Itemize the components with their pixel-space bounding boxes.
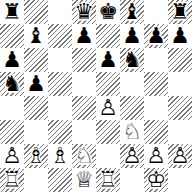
square-e5[interactable]	[96, 72, 120, 96]
white-pawn-halo: ♟	[144, 144, 168, 168]
white-rook-icon: ♖	[0, 168, 24, 192]
black-queen-halo: ♛	[72, 0, 96, 24]
square-c1[interactable]	[48, 168, 72, 192]
white-knight-icon: ♘	[120, 120, 144, 144]
square-h5[interactable]	[168, 72, 192, 96]
square-d6[interactable]	[72, 48, 96, 72]
black-king-halo: ♚	[96, 0, 120, 24]
black-king-icon: ♚	[96, 0, 120, 24]
white-rook-halo: ♜	[96, 168, 120, 192]
square-g7[interactable]: ♟♟	[144, 24, 168, 48]
square-b4[interactable]	[24, 96, 48, 120]
square-h4[interactable]	[168, 96, 192, 120]
square-c4[interactable]	[48, 96, 72, 120]
white-pawn-icon: ♙	[144, 144, 168, 168]
square-h1[interactable]	[168, 168, 192, 192]
square-h6[interactable]	[168, 48, 192, 72]
square-h7[interactable]: ♟♟	[168, 24, 192, 48]
white-knight-halo: ♞	[120, 120, 144, 144]
square-a4[interactable]	[0, 96, 24, 120]
black-pawn-icon: ♟	[0, 48, 24, 72]
square-a1[interactable]: ♜♖	[0, 168, 24, 192]
square-b1[interactable]	[24, 168, 48, 192]
square-d5[interactable]	[72, 72, 96, 96]
square-f7[interactable]: ♟♟	[120, 24, 144, 48]
square-g8[interactable]	[144, 0, 168, 24]
black-knight-halo: ♞	[0, 72, 24, 96]
square-a2[interactable]: ♟♙	[0, 144, 24, 168]
square-c7[interactable]	[48, 24, 72, 48]
chess-board: ♜♜♛♛♚♚♝♝♜♜♝♝♟♟♟♟♟♟♟♟♟♟♟♟♞♞♞♞♟♟♟♙♞♘♟♙♝♗♝♗…	[0, 0, 192, 192]
black-pawn-halo: ♟	[72, 24, 96, 48]
square-h3[interactable]	[168, 120, 192, 144]
black-pawn-icon: ♟	[120, 24, 144, 48]
white-rook-halo: ♜	[0, 168, 24, 192]
square-a6[interactable]: ♟♟	[0, 48, 24, 72]
square-e7[interactable]	[96, 24, 120, 48]
black-pawn-halo: ♟	[120, 24, 144, 48]
white-king-halo: ♚	[144, 168, 168, 192]
square-d8[interactable]: ♛♛	[72, 0, 96, 24]
black-pawn-icon: ♟	[168, 24, 192, 48]
black-rook-icon: ♜	[0, 0, 24, 24]
black-bishop-icon: ♝	[24, 24, 48, 48]
square-c8[interactable]	[48, 0, 72, 24]
white-rook-icon: ♖	[96, 168, 120, 192]
white-bishop-icon: ♗	[48, 144, 72, 168]
square-g5[interactable]	[144, 72, 168, 96]
square-g6[interactable]	[144, 48, 168, 72]
white-pawn-halo: ♟	[0, 144, 24, 168]
square-c6[interactable]	[48, 48, 72, 72]
black-rook-icon: ♜	[168, 0, 192, 24]
white-pawn-icon: ♙	[168, 144, 192, 168]
white-king-icon: ♔	[144, 168, 168, 192]
square-d1[interactable]: ♛♕	[72, 168, 96, 192]
square-b6[interactable]	[24, 48, 48, 72]
white-queen-halo: ♛	[72, 168, 96, 192]
square-e4[interactable]: ♟♙	[96, 96, 120, 120]
square-a7[interactable]	[0, 24, 24, 48]
black-pawn-halo: ♟	[0, 48, 24, 72]
black-pawn-halo: ♟	[96, 48, 120, 72]
square-f5[interactable]	[120, 72, 144, 96]
square-e8[interactable]: ♚♚	[96, 0, 120, 24]
black-pawn-halo: ♟	[168, 24, 192, 48]
square-c3[interactable]	[48, 120, 72, 144]
square-h8[interactable]: ♜♜	[168, 0, 192, 24]
square-b7[interactable]: ♝♝	[24, 24, 48, 48]
square-f4[interactable]	[120, 96, 144, 120]
square-b5[interactable]: ♟♟	[24, 72, 48, 96]
black-pawn-icon: ♟	[24, 72, 48, 96]
square-e6[interactable]: ♟♟	[96, 48, 120, 72]
square-g1[interactable]: ♚♔	[144, 168, 168, 192]
square-a5[interactable]: ♞♞	[0, 72, 24, 96]
white-pawn-halo: ♟	[168, 144, 192, 168]
square-f6[interactable]: ♞♞	[120, 48, 144, 72]
black-pawn-icon: ♟	[96, 48, 120, 72]
white-pawn-halo: ♟	[120, 144, 144, 168]
white-bishop-icon: ♗	[24, 144, 48, 168]
square-d3[interactable]	[72, 120, 96, 144]
square-f1[interactable]	[120, 168, 144, 192]
white-pawn-halo: ♟	[96, 96, 120, 120]
black-knight-icon: ♞	[0, 72, 24, 96]
white-queen-icon: ♕	[72, 168, 96, 192]
black-queen-icon: ♛	[72, 0, 96, 24]
square-c5[interactable]	[48, 72, 72, 96]
square-g2[interactable]: ♟♙	[144, 144, 168, 168]
black-pawn-halo: ♟	[24, 72, 48, 96]
square-f2[interactable]: ♟♙	[120, 144, 144, 168]
black-rook-halo: ♜	[0, 0, 24, 24]
square-f8[interactable]: ♝♝	[120, 0, 144, 24]
square-e2[interactable]	[96, 144, 120, 168]
square-f3[interactable]: ♞♘	[120, 120, 144, 144]
black-pawn-halo: ♟	[144, 24, 168, 48]
white-pawn-icon: ♙	[96, 96, 120, 120]
black-pawn-icon: ♟	[144, 24, 168, 48]
square-b2[interactable]: ♝♗	[24, 144, 48, 168]
black-knight-halo: ♞	[120, 48, 144, 72]
black-rook-halo: ♜	[168, 0, 192, 24]
square-h2[interactable]: ♟♙	[168, 144, 192, 168]
white-pawn-icon: ♙	[0, 144, 24, 168]
white-bishop-halo: ♝	[48, 144, 72, 168]
square-d2[interactable]: ♞♘	[72, 144, 96, 168]
square-b3[interactable]	[24, 120, 48, 144]
black-pawn-icon: ♟	[72, 24, 96, 48]
black-knight-icon: ♞	[120, 48, 144, 72]
white-knight-icon: ♘	[72, 144, 96, 168]
black-bishop-halo: ♝	[120, 0, 144, 24]
square-c2[interactable]: ♝♗	[48, 144, 72, 168]
square-d7[interactable]: ♟♟	[72, 24, 96, 48]
black-bishop-halo: ♝	[24, 24, 48, 48]
square-d4[interactable]	[72, 96, 96, 120]
white-pawn-icon: ♙	[120, 144, 144, 168]
square-e1[interactable]: ♜♖	[96, 168, 120, 192]
square-e3[interactable]	[96, 120, 120, 144]
square-g4[interactable]	[144, 96, 168, 120]
square-a8[interactable]: ♜♜	[0, 0, 24, 24]
white-knight-halo: ♞	[72, 144, 96, 168]
square-b8[interactable]	[24, 0, 48, 24]
square-a3[interactable]	[0, 120, 24, 144]
white-bishop-halo: ♝	[24, 144, 48, 168]
square-g3[interactable]	[144, 120, 168, 144]
black-bishop-icon: ♝	[120, 0, 144, 24]
